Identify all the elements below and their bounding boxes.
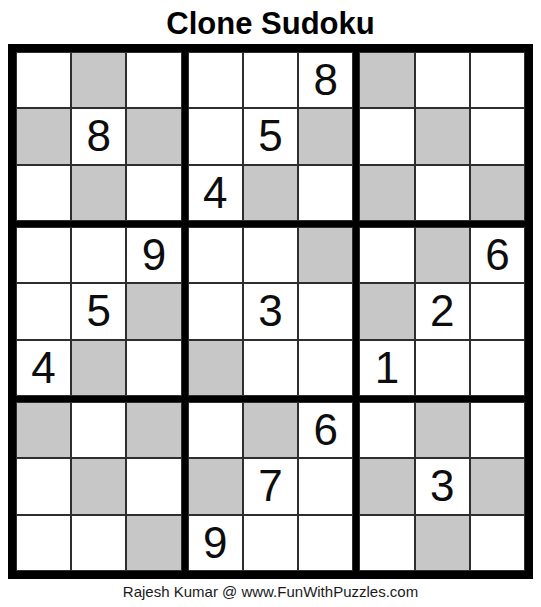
- cell-r3c5[interactable]: [243, 165, 298, 221]
- cell-r7c4[interactable]: [188, 402, 243, 458]
- cell-r2c8[interactable]: [415, 108, 470, 164]
- cell-r2c1[interactable]: [16, 108, 71, 164]
- cell-r4c8[interactable]: [415, 227, 470, 283]
- cell-r9c8[interactable]: [415, 515, 470, 571]
- cell-r6c4[interactable]: [188, 340, 243, 396]
- cell-r6c3[interactable]: [126, 340, 181, 396]
- cell-r3c2[interactable]: [71, 165, 126, 221]
- cell-r4c2[interactable]: [71, 227, 126, 283]
- box-5: 3: [185, 224, 357, 399]
- cell-r5c7[interactable]: [359, 283, 414, 339]
- given-digit: 3: [430, 464, 454, 508]
- cell-r5c6[interactable]: [298, 283, 353, 339]
- cell-r3c3[interactable]: [126, 165, 181, 221]
- cell-r1c7[interactable]: [359, 52, 414, 108]
- cell-r5c9[interactable]: [470, 283, 525, 339]
- cell-r8c5[interactable]: 7: [243, 458, 298, 514]
- box-6: 621: [356, 224, 528, 399]
- box-4: 954: [13, 224, 185, 399]
- cell-r7c9[interactable]: [470, 402, 525, 458]
- box-9: 3: [356, 399, 528, 574]
- cell-r7c3[interactable]: [126, 402, 181, 458]
- cell-r6c1[interactable]: 4: [16, 340, 71, 396]
- cell-r1c8[interactable]: [415, 52, 470, 108]
- given-digit: 2: [430, 289, 454, 333]
- cell-r8c7[interactable]: [359, 458, 414, 514]
- cell-r2c5[interactable]: 5: [243, 108, 298, 164]
- cell-r3c4[interactable]: 4: [188, 165, 243, 221]
- cell-r1c6[interactable]: 8: [298, 52, 353, 108]
- cell-r7c7[interactable]: [359, 402, 414, 458]
- cell-r6c7[interactable]: 1: [359, 340, 414, 396]
- cell-r1c4[interactable]: [188, 52, 243, 108]
- cell-r2c6[interactable]: [298, 108, 353, 164]
- cell-r2c7[interactable]: [359, 108, 414, 164]
- cell-r4c1[interactable]: [16, 227, 71, 283]
- cell-r6c9[interactable]: [470, 340, 525, 396]
- box-7: [13, 399, 185, 574]
- cell-r5c3[interactable]: [126, 283, 181, 339]
- cell-r3c1[interactable]: [16, 165, 71, 221]
- cell-r9c9[interactable]: [470, 515, 525, 571]
- cell-r3c8[interactable]: [415, 165, 470, 221]
- cell-r6c2[interactable]: [71, 340, 126, 396]
- given-digit: 4: [203, 171, 227, 215]
- cell-r6c5[interactable]: [243, 340, 298, 396]
- cell-r7c6[interactable]: 6: [298, 402, 353, 458]
- given-digit: 3: [258, 289, 282, 333]
- sudoku-board: 885495436216793: [8, 44, 533, 579]
- cell-r5c2[interactable]: 5: [71, 283, 126, 339]
- cell-r8c2[interactable]: [71, 458, 126, 514]
- box-3: [356, 49, 528, 224]
- cell-r8c1[interactable]: [16, 458, 71, 514]
- given-digit: 5: [87, 289, 111, 333]
- cell-r4c4[interactable]: [188, 227, 243, 283]
- cell-r8c4[interactable]: [188, 458, 243, 514]
- cell-r9c2[interactable]: [71, 515, 126, 571]
- cell-r9c3[interactable]: [126, 515, 181, 571]
- cell-r5c5[interactable]: 3: [243, 283, 298, 339]
- cell-r4c9[interactable]: 6: [470, 227, 525, 283]
- cell-r2c3[interactable]: [126, 108, 181, 164]
- cell-r8c6[interactable]: [298, 458, 353, 514]
- cell-r4c6[interactable]: [298, 227, 353, 283]
- cell-r7c8[interactable]: [415, 402, 470, 458]
- given-digit: 4: [31, 346, 55, 390]
- given-digit: 8: [313, 58, 337, 102]
- given-digit: 8: [87, 114, 111, 158]
- cell-r7c5[interactable]: [243, 402, 298, 458]
- box-1: 8: [13, 49, 185, 224]
- given-digit: 6: [485, 233, 509, 277]
- cell-r7c1[interactable]: [16, 402, 71, 458]
- footer-credit: Rajesh Kumar @ www.FunWithPuzzles.com: [0, 579, 541, 600]
- cell-r1c5[interactable]: [243, 52, 298, 108]
- cell-r4c3[interactable]: 9: [126, 227, 181, 283]
- cell-r5c8[interactable]: 2: [415, 283, 470, 339]
- box-2: 854: [185, 49, 357, 224]
- given-digit: 5: [258, 114, 282, 158]
- box-8: 679: [185, 399, 357, 574]
- cell-r6c8[interactable]: [415, 340, 470, 396]
- cell-r4c7[interactable]: [359, 227, 414, 283]
- cell-r9c6[interactable]: [298, 515, 353, 571]
- cell-r8c8[interactable]: 3: [415, 458, 470, 514]
- cell-r5c4[interactable]: [188, 283, 243, 339]
- cell-r9c1[interactable]: [16, 515, 71, 571]
- cell-r2c2[interactable]: 8: [71, 108, 126, 164]
- cell-r9c7[interactable]: [359, 515, 414, 571]
- cell-r1c1[interactable]: [16, 52, 71, 108]
- given-digit: 9: [203, 521, 227, 565]
- cell-r7c2[interactable]: [71, 402, 126, 458]
- cell-r2c4[interactable]: [188, 108, 243, 164]
- cell-r9c4[interactable]: 9: [188, 515, 243, 571]
- cell-r1c3[interactable]: [126, 52, 181, 108]
- cell-r1c2[interactable]: [71, 52, 126, 108]
- cell-r3c6[interactable]: [298, 165, 353, 221]
- cell-r5c1[interactable]: [16, 283, 71, 339]
- cell-r9c5[interactable]: [243, 515, 298, 571]
- cell-r1c9[interactable]: [470, 52, 525, 108]
- given-digit: 7: [258, 464, 282, 508]
- cell-r8c9[interactable]: [470, 458, 525, 514]
- cell-r4c5[interactable]: [243, 227, 298, 283]
- cell-r2c9[interactable]: [470, 108, 525, 164]
- given-digit: 6: [313, 408, 337, 452]
- given-digit: 9: [142, 233, 166, 277]
- cell-r3c9[interactable]: [470, 165, 525, 221]
- cell-r6c6[interactable]: [298, 340, 353, 396]
- given-digit: 1: [375, 346, 399, 390]
- cell-r3c7[interactable]: [359, 165, 414, 221]
- page-title: Clone Sudoku: [0, 0, 541, 44]
- cell-r8c3[interactable]: [126, 458, 181, 514]
